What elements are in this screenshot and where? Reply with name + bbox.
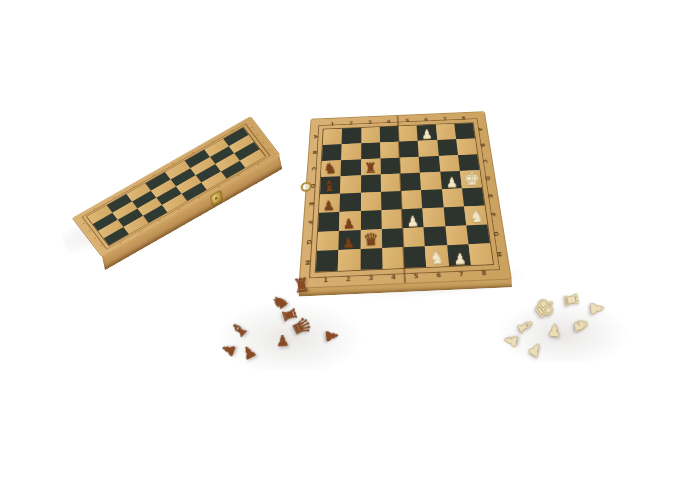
square-c7 bbox=[361, 142, 380, 159]
product-photo-scene: •••••••• •••••••• •••• •••• ♟♞♜♝♟♚♟♟♟♞♟♛… bbox=[0, 0, 680, 500]
square-b1 bbox=[338, 249, 360, 271]
square-f3 bbox=[422, 207, 444, 227]
brass-clasp-icon bbox=[210, 190, 222, 205]
coordinate-label: 6 bbox=[416, 116, 435, 124]
coordinate-label: 1 bbox=[314, 274, 337, 285]
square-a5: ♝ bbox=[320, 176, 341, 194]
square-g8 bbox=[435, 124, 455, 140]
square-c2: ♛ bbox=[360, 229, 382, 250]
coordinate-label: 8 bbox=[472, 267, 496, 278]
piece-black-pawn-b2: ♟ bbox=[342, 236, 355, 250]
coordinate-label: 7 bbox=[435, 115, 454, 122]
coordinate-label: 8 bbox=[454, 114, 474, 121]
square-b4 bbox=[340, 193, 361, 212]
piece-black-rook-c6: ♜ bbox=[364, 161, 377, 175]
square-c4 bbox=[360, 192, 381, 211]
square-c5 bbox=[361, 175, 381, 193]
piece-white-pawn-f8: ♟ bbox=[421, 127, 433, 140]
square-b8 bbox=[342, 128, 361, 144]
coordinate-label: 5 bbox=[398, 116, 417, 124]
piece-white-pawn-g1: ♟ bbox=[453, 251, 466, 266]
square-h2 bbox=[466, 224, 490, 244]
piece-white-pawn-e3: ♟ bbox=[407, 214, 420, 228]
piece-white-knight-f1: ♞ bbox=[430, 250, 445, 267]
square-a2 bbox=[317, 230, 339, 251]
square-f7 bbox=[418, 140, 438, 157]
square-d5 bbox=[380, 174, 401, 192]
tick-mark: • bbox=[263, 144, 274, 155]
square-a8 bbox=[323, 129, 342, 145]
coordinate-label: 1 bbox=[323, 120, 342, 128]
piece-black-queen-c2: ♛ bbox=[362, 232, 378, 250]
piece-white-pawn-g5: ♟ bbox=[445, 175, 457, 189]
square-f1: ♞ bbox=[425, 245, 449, 266]
scattered-cream-rook: ♜ bbox=[561, 290, 582, 310]
square-e5 bbox=[400, 173, 421, 191]
square-h5: ♚ bbox=[460, 170, 482, 188]
square-a1 bbox=[316, 250, 339, 272]
square-h7 bbox=[456, 138, 477, 155]
square-f6 bbox=[419, 156, 440, 173]
square-g1: ♟ bbox=[447, 245, 471, 266]
scattered-dark-bishop: ♝ bbox=[227, 317, 253, 342]
square-e3: ♟ bbox=[402, 208, 424, 228]
square-d6 bbox=[380, 157, 400, 174]
scattered-cream-knight: ♞ bbox=[571, 317, 591, 335]
piece-black-bishop-a5: ♝ bbox=[322, 179, 336, 195]
square-d4 bbox=[381, 191, 402, 210]
coordinate-label: 7 bbox=[449, 268, 473, 279]
scattered-dark-pawn: ♟ bbox=[219, 341, 239, 360]
square-g4 bbox=[441, 188, 463, 207]
square-d3 bbox=[381, 209, 402, 229]
square-a6: ♞ bbox=[321, 160, 341, 177]
scattered-dark-pawn: ♟ bbox=[239, 343, 259, 364]
coordinate-label: 5 bbox=[404, 270, 427, 281]
square-d8 bbox=[380, 126, 399, 142]
scattered-dark-pawn: ♟ bbox=[322, 328, 339, 344]
square-e2 bbox=[403, 227, 425, 248]
square-e8 bbox=[398, 125, 418, 141]
square-g6 bbox=[438, 155, 459, 172]
square-h3: ♞ bbox=[464, 205, 487, 225]
scattered-dark-pawn: ♟ bbox=[275, 334, 289, 350]
square-d7 bbox=[380, 141, 400, 158]
piece-white-king-h5: ♚ bbox=[463, 169, 480, 188]
square-h8 bbox=[454, 123, 475, 139]
square-a7 bbox=[322, 144, 342, 161]
square-h4 bbox=[462, 187, 485, 206]
square-a3 bbox=[318, 212, 340, 232]
tick-mark: • bbox=[246, 122, 257, 133]
square-f4 bbox=[421, 189, 443, 208]
square-d1 bbox=[382, 247, 405, 269]
scattered-cream-pawn: ♟ bbox=[588, 300, 606, 316]
square-a4: ♟ bbox=[319, 194, 340, 213]
square-c3 bbox=[360, 210, 381, 230]
coordinate-label: 6 bbox=[427, 269, 450, 280]
square-g3 bbox=[443, 206, 466, 226]
piece-black-pawn-a4: ♟ bbox=[323, 199, 336, 213]
square-b7 bbox=[341, 143, 360, 160]
piece-black-pawn-b3: ♟ bbox=[343, 216, 356, 230]
square-d2 bbox=[381, 228, 403, 249]
square-b3: ♟ bbox=[339, 211, 360, 231]
square-c1 bbox=[360, 248, 382, 270]
square-c8 bbox=[361, 127, 380, 143]
coordinate-label: 3 bbox=[359, 272, 382, 283]
square-b6 bbox=[341, 159, 361, 176]
coordinate-label: 2 bbox=[342, 119, 361, 127]
square-g2 bbox=[445, 225, 468, 246]
coordinate-label: 2 bbox=[337, 273, 360, 284]
chess-board: ♟♞♜♝♟♚♟♟♟♞♟♛♞♟ 12345678 12345678 ABCDEFG… bbox=[300, 112, 511, 288]
square-b2: ♟ bbox=[339, 230, 361, 251]
square-c6: ♜ bbox=[361, 158, 381, 175]
square-g5: ♟ bbox=[440, 171, 462, 189]
tick-mark: • bbox=[257, 137, 268, 148]
square-b5 bbox=[340, 176, 360, 194]
scattered-dark-rook: ♜ bbox=[292, 275, 312, 296]
piece-black-knight-a6: ♞ bbox=[323, 162, 337, 177]
scattered-cream-pawn: ♟ bbox=[525, 339, 546, 360]
scattered-cream-pawn: ♟ bbox=[502, 332, 521, 349]
tick-mark: • bbox=[252, 129, 263, 140]
square-f8: ♟ bbox=[417, 125, 437, 141]
square-e7 bbox=[399, 141, 419, 158]
square-f2 bbox=[424, 226, 447, 247]
square-e1 bbox=[403, 246, 426, 267]
square-e4 bbox=[401, 190, 422, 209]
coordinate-label: 3 bbox=[360, 118, 379, 126]
coordinate-label: 4 bbox=[382, 271, 405, 282]
square-f5 bbox=[420, 172, 441, 190]
square-h1 bbox=[468, 244, 493, 265]
square-e6 bbox=[400, 156, 421, 173]
piece-white-knight-h3: ♞ bbox=[469, 209, 484, 225]
chess-board-frame: ♟♞♜♝♟♚♟♟♟♞♟♛♞♟ 12345678 12345678 ABCDEFG… bbox=[300, 112, 511, 288]
square-g7 bbox=[437, 139, 458, 156]
scattered-cream-pawn: ♟ bbox=[546, 322, 562, 339]
coordinate-label: 4 bbox=[379, 117, 398, 125]
